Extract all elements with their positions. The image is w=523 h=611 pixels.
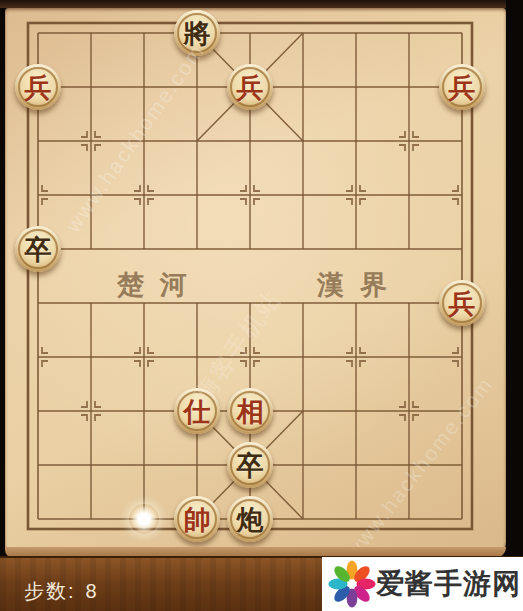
piece-red-elephant[interactable]: 相: [227, 388, 273, 434]
piece-glyph: 帥: [184, 506, 211, 533]
piece-glyph: 將: [184, 20, 211, 47]
piece-red-soldier[interactable]: 兵: [439, 280, 485, 326]
piece-glyph: 炮: [237, 506, 264, 533]
piece-glyph: 兵: [237, 74, 264, 101]
piece-black-general[interactable]: 將: [174, 10, 220, 56]
piece-glyph: 兵: [25, 74, 52, 101]
piece-red-advisor[interactable]: 仕: [174, 388, 220, 434]
step-counter-value: 8: [86, 580, 99, 602]
piece-black-soldier[interactable]: 卒: [227, 442, 273, 488]
piece-red-king[interactable]: 帥: [174, 496, 220, 542]
piece-glyph: 卒: [25, 236, 52, 263]
site-logo-text: 爱酱手游网: [376, 565, 521, 603]
pinwheel-flower-icon: [328, 560, 376, 608]
piece-glyph: 兵: [449, 290, 476, 317]
piece-black-cannon[interactable]: 炮: [227, 496, 273, 542]
site-logo-box: 爱酱手游网: [322, 557, 523, 611]
pieces-grid: 將兵兵兵卒兵仕相卒帥炮: [12, 6, 489, 546]
piece-red-soldier[interactable]: 兵: [439, 64, 485, 110]
piece-glyph: 仕: [184, 398, 211, 425]
piece-glyph: 卒: [237, 452, 264, 479]
piece-glyph: 相: [237, 398, 264, 425]
move-highlight-dot: [129, 504, 159, 534]
step-counter-label: 步数:: [24, 580, 76, 602]
xiangqi-board[interactable]: 楚河 漢界 將兵兵兵卒兵仕相卒帥炮 www.hackhome.com 嗨客手机站…: [5, 8, 506, 558]
game-screen: 楚河 漢界 將兵兵兵卒兵仕相卒帥炮 www.hackhome.com 嗨客手机站…: [0, 0, 523, 611]
piece-black-soldier[interactable]: 卒: [15, 226, 61, 272]
piece-red-soldier[interactable]: 兵: [15, 64, 61, 110]
step-counter: 步数:8: [24, 578, 99, 605]
piece-red-soldier[interactable]: 兵: [227, 64, 273, 110]
piece-glyph: 兵: [449, 74, 476, 101]
